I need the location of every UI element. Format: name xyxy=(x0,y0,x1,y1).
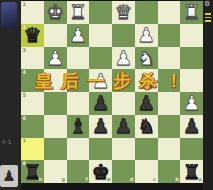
game-result-text: 0-1 xyxy=(2,139,12,145)
piece-black-knight[interactable]: ♞ xyxy=(137,116,155,136)
square-a2[interactable] xyxy=(180,24,203,47)
piece-black-pawn[interactable]: ♟ xyxy=(183,116,201,136)
square-g8[interactable]: g xyxy=(44,160,67,183)
piece-white-knight[interactable]: ♞ xyxy=(137,47,155,67)
file-label-d: d xyxy=(130,177,134,182)
square-c4[interactable]: ♞ xyxy=(135,69,158,92)
square-a6[interactable]: ♟ xyxy=(180,115,203,138)
piece-black-bishop[interactable]: ♝ xyxy=(69,116,87,136)
file-label-c: c xyxy=(153,177,156,182)
piece-white-pawn[interactable]: ♟ xyxy=(46,47,64,67)
pawn-icon: ♟ xyxy=(2,169,15,184)
square-e2[interactable] xyxy=(89,24,112,47)
piece-black-queen[interactable]: ♛ xyxy=(23,25,41,45)
square-h3[interactable]: 3 xyxy=(21,47,44,70)
square-d3[interactable]: ♟ xyxy=(112,47,135,70)
video-thumbnail-bottom[interactable]: ♟ xyxy=(0,165,18,187)
piece-white-rook[interactable]: ♜ xyxy=(69,2,87,22)
piece-black-pawn[interactable]: ♟ xyxy=(92,116,110,136)
rank-label-5: 5 xyxy=(23,93,26,98)
file-label-g: g xyxy=(61,177,65,182)
square-h4[interactable]: 4 xyxy=(21,69,44,92)
square-e5[interactable]: ♟ xyxy=(89,92,112,115)
menu-bars-icon xyxy=(205,13,211,24)
square-f5[interactable] xyxy=(67,92,90,115)
piece-white-pawn[interactable]: ♟ xyxy=(114,47,132,67)
left-rail: 0-1 ♟ xyxy=(0,0,21,190)
square-c3[interactable]: ♞ xyxy=(135,47,158,70)
square-g1[interactable]: ♚ xyxy=(44,1,67,24)
square-g3[interactable]: ♟ xyxy=(44,47,67,70)
square-g2[interactable] xyxy=(44,24,67,47)
square-d5[interactable] xyxy=(112,92,135,115)
square-h8[interactable]: 8h♜ xyxy=(21,160,44,183)
square-f1[interactable]: ♜ xyxy=(67,1,90,24)
square-g5[interactable] xyxy=(44,92,67,115)
square-b5[interactable] xyxy=(158,92,181,115)
square-d7[interactable] xyxy=(112,138,135,161)
chess-board[interactable]: 1♚♜♛♜2♛♟♟3♟♟♞4♟♞5♟♟♟6♝♟♟♞♟78h♜gfe♚dcba♜ xyxy=(21,1,203,183)
piece-black-pawn[interactable]: ♟ xyxy=(114,116,132,136)
square-b6[interactable] xyxy=(158,115,181,138)
piece-white-pawn[interactable]: ♟ xyxy=(92,70,110,90)
square-g4[interactable] xyxy=(44,69,67,92)
square-b3[interactable] xyxy=(158,47,181,70)
square-a7[interactable] xyxy=(180,138,203,161)
piece-black-rook[interactable]: ♜ xyxy=(183,161,201,181)
piece-white-rook[interactable]: ♜ xyxy=(183,2,201,22)
piece-black-pawn[interactable]: ♟ xyxy=(137,93,155,113)
rank-label-3: 3 xyxy=(23,48,26,53)
square-b4[interactable] xyxy=(158,69,181,92)
piece-black-rook[interactable]: ♜ xyxy=(23,161,41,181)
square-e1[interactable] xyxy=(89,1,112,24)
file-label-b: b xyxy=(175,177,179,182)
square-d1[interactable]: ♛ xyxy=(112,1,135,24)
piece-white-knight[interactable]: ♞ xyxy=(137,70,155,90)
square-b8[interactable]: b xyxy=(158,160,181,183)
video-thumbnail-top[interactable] xyxy=(1,2,17,28)
square-e4[interactable]: ♟ xyxy=(89,69,112,92)
square-b2[interactable] xyxy=(158,24,181,47)
square-a1[interactable]: ♜ xyxy=(180,1,203,24)
piece-white-king[interactable]: ♚ xyxy=(46,2,64,22)
rank-label-7: 7 xyxy=(23,139,26,144)
square-h5[interactable]: 5 xyxy=(21,92,44,115)
square-e3[interactable] xyxy=(89,47,112,70)
file-label-f: f xyxy=(86,177,88,182)
square-h1[interactable]: 1 xyxy=(21,1,44,24)
square-h7[interactable]: 7 xyxy=(21,138,44,161)
square-d8[interactable]: d xyxy=(112,160,135,183)
square-b1[interactable] xyxy=(158,1,181,24)
rank-label-4: 4 xyxy=(23,70,26,75)
square-a5[interactable]: ♟ xyxy=(180,92,203,115)
piece-white-pawn[interactable]: ♟ xyxy=(137,25,155,45)
square-c5[interactable]: ♟ xyxy=(135,92,158,115)
square-f2[interactable]: ♟ xyxy=(67,24,90,47)
square-c8[interactable]: c xyxy=(135,160,158,183)
square-f8[interactable]: f xyxy=(67,160,90,183)
piece-white-pawn[interactable]: ♟ xyxy=(69,25,87,45)
square-d4[interactable] xyxy=(112,69,135,92)
square-f6[interactable]: ♝ xyxy=(67,115,90,138)
video-frame: 0-1 ♟ 1♚♜♛♜2♛♟♟3♟♟♞4♟♞5♟♟♟6♝♟♟♞♟78h♜gfe♚… xyxy=(0,0,213,190)
square-g6[interactable] xyxy=(44,115,67,138)
square-f4[interactable] xyxy=(67,69,90,92)
square-g7[interactable] xyxy=(44,138,67,161)
square-f3[interactable] xyxy=(67,47,90,70)
square-d2[interactable] xyxy=(112,24,135,47)
gear-icon[interactable]: ⚙ xyxy=(204,1,210,8)
square-h6[interactable]: 6 xyxy=(21,115,44,138)
square-c7[interactable] xyxy=(135,138,158,161)
piece-black-king[interactable]: ♚ xyxy=(92,161,110,181)
rank-label-1: 1 xyxy=(23,2,26,7)
square-b7[interactable] xyxy=(158,138,181,161)
piece-white-pawn[interactable]: ♟ xyxy=(183,93,201,113)
piece-black-pawn[interactable]: ♟ xyxy=(92,93,110,113)
square-d6[interactable]: ♟ xyxy=(112,115,135,138)
right-rail: ⚙ 丝丝 xyxy=(203,0,213,190)
square-a4[interactable] xyxy=(180,69,203,92)
square-c1[interactable] xyxy=(135,1,158,24)
square-h2[interactable]: 2♛ xyxy=(21,24,44,47)
square-e6[interactable]: ♟ xyxy=(89,115,112,138)
square-c6[interactable]: ♞ xyxy=(135,115,158,138)
square-e7[interactable] xyxy=(89,138,112,161)
square-f7[interactable] xyxy=(67,138,90,161)
piece-white-queen[interactable]: ♛ xyxy=(114,2,132,22)
square-c2[interactable]: ♟ xyxy=(135,24,158,47)
rank-label-6: 6 xyxy=(23,116,26,121)
square-a8[interactable]: a♜ xyxy=(180,160,203,183)
square-a3[interactable] xyxy=(180,47,203,70)
square-e8[interactable]: e♚ xyxy=(89,160,112,183)
